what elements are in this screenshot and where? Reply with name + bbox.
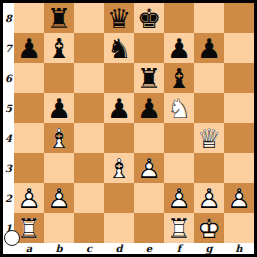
square-e6[interactable]: ♜ xyxy=(134,63,164,93)
square-g4[interactable]: ♛♕ xyxy=(194,123,224,153)
square-h3[interactable] xyxy=(224,153,254,183)
piece-white-pawn-icon: ♟♙ xyxy=(44,183,74,213)
file-label-a: a xyxy=(14,243,44,254)
square-e7[interactable] xyxy=(134,33,164,63)
rank-label-5: 5 xyxy=(3,93,14,123)
square-g8[interactable] xyxy=(194,3,224,33)
file-label-f: f xyxy=(164,243,194,254)
square-a4[interactable] xyxy=(14,123,44,153)
square-e8[interactable]: ♚ xyxy=(134,3,164,33)
piece-white-pawn-icon: ♟♙ xyxy=(134,153,164,183)
piece-black-pawn-icon: ♟ xyxy=(104,93,134,123)
square-a2[interactable]: ♟♙ xyxy=(14,183,44,213)
square-h4[interactable] xyxy=(224,123,254,153)
square-g7[interactable]: ♟ xyxy=(194,33,224,63)
square-c1[interactable] xyxy=(74,213,104,243)
square-b6[interactable] xyxy=(44,63,74,93)
file-label-g: g xyxy=(194,243,224,254)
piece-black-pawn-icon: ♟ xyxy=(44,93,74,123)
square-h2[interactable]: ♟♙ xyxy=(224,183,254,213)
square-d4[interactable] xyxy=(104,123,134,153)
square-e3[interactable]: ♟♙ xyxy=(134,153,164,183)
square-a5[interactable] xyxy=(14,93,44,123)
piece-black-pawn-icon: ♟ xyxy=(164,33,194,63)
square-c3[interactable] xyxy=(74,153,104,183)
file-label-e: e xyxy=(134,243,164,254)
file-label-d: d xyxy=(104,243,134,254)
square-g1[interactable]: ♚♔ xyxy=(194,213,224,243)
square-f3[interactable] xyxy=(164,153,194,183)
piece-black-pawn-icon: ♟ xyxy=(194,33,224,63)
square-b4[interactable]: ♝♗ xyxy=(44,123,74,153)
piece-white-bishop-icon: ♝♗ xyxy=(104,153,134,183)
square-d3[interactable]: ♝♗ xyxy=(104,153,134,183)
piece-black-rook-icon: ♜ xyxy=(44,3,74,33)
square-d7[interactable]: ♞ xyxy=(104,33,134,63)
square-f8[interactable] xyxy=(164,3,194,33)
file-label-h: h xyxy=(224,243,254,254)
square-c7[interactable] xyxy=(74,33,104,63)
square-d6[interactable] xyxy=(104,63,134,93)
piece-white-king-icon: ♚♔ xyxy=(194,213,224,243)
square-g2[interactable]: ♟♙ xyxy=(194,183,224,213)
square-f7[interactable]: ♟ xyxy=(164,33,194,63)
square-d8[interactable]: ♛ xyxy=(104,3,134,33)
square-f4[interactable] xyxy=(164,123,194,153)
square-b5[interactable]: ♟ xyxy=(44,93,74,123)
square-e2[interactable] xyxy=(134,183,164,213)
square-h6[interactable] xyxy=(224,63,254,93)
piece-white-knight-icon: ♞♘ xyxy=(164,93,194,123)
square-e1[interactable] xyxy=(134,213,164,243)
piece-black-queen-icon: ♛ xyxy=(104,3,134,33)
piece-black-pawn-icon: ♟ xyxy=(134,93,164,123)
square-a6[interactable] xyxy=(14,63,44,93)
piece-black-bishop-icon: ♝ xyxy=(44,33,74,63)
square-c4[interactable] xyxy=(74,123,104,153)
rank-label-8: 8 xyxy=(3,3,14,33)
square-a7[interactable]: ♟ xyxy=(14,33,44,63)
square-a3[interactable] xyxy=(14,153,44,183)
square-b8[interactable]: ♜ xyxy=(44,3,74,33)
rank-label-4: 4 xyxy=(3,123,14,153)
piece-white-pawn-icon: ♟♙ xyxy=(164,183,194,213)
square-c8[interactable] xyxy=(74,3,104,33)
square-b7[interactable]: ♝ xyxy=(44,33,74,63)
square-c6[interactable] xyxy=(74,63,104,93)
piece-white-pawn-icon: ♟♙ xyxy=(194,183,224,213)
chess-board-grid: 8♜♛♚7♟♝♞♟♟6♜♝5♟♟♟♞♘4♝♗♛♕3♝♗♟♙2♟♙♟♙♟♙♟♙♟♙… xyxy=(3,3,254,254)
square-g6[interactable] xyxy=(194,63,224,93)
square-e5[interactable]: ♟ xyxy=(134,93,164,123)
square-c5[interactable] xyxy=(74,93,104,123)
piece-black-pawn-icon: ♟ xyxy=(14,33,44,63)
square-f1[interactable]: ♜♖ xyxy=(164,213,194,243)
square-b2[interactable]: ♟♙ xyxy=(44,183,74,213)
square-d5[interactable]: ♟ xyxy=(104,93,134,123)
rank-label-6: 6 xyxy=(3,63,14,93)
square-f2[interactable]: ♟♙ xyxy=(164,183,194,213)
square-f6[interactable]: ♝ xyxy=(164,63,194,93)
square-f5[interactable]: ♞♘ xyxy=(164,93,194,123)
piece-white-rook-icon: ♜♖ xyxy=(164,213,194,243)
piece-black-bishop-icon: ♝ xyxy=(164,63,194,93)
piece-black-rook-icon: ♜ xyxy=(134,63,164,93)
square-g5[interactable] xyxy=(194,93,224,123)
square-g3[interactable] xyxy=(194,153,224,183)
square-e4[interactable] xyxy=(134,123,164,153)
rank-label-2: 2 xyxy=(3,183,14,213)
square-b1[interactable] xyxy=(44,213,74,243)
piece-white-bishop-icon: ♝♗ xyxy=(44,123,74,153)
square-h5[interactable] xyxy=(224,93,254,123)
piece-black-knight-icon: ♞ xyxy=(104,33,134,63)
turn-indicator-white-to-move xyxy=(4,230,20,246)
chess-diagram: 8♜♛♚7♟♝♞♟♟6♜♝5♟♟♟♞♘4♝♗♛♕3♝♗♟♙2♟♙♟♙♟♙♟♙♟♙… xyxy=(0,0,257,257)
square-d1[interactable] xyxy=(104,213,134,243)
file-label-b: b xyxy=(44,243,74,254)
square-d2[interactable] xyxy=(104,183,134,213)
square-c2[interactable] xyxy=(74,183,104,213)
square-h8[interactable] xyxy=(224,3,254,33)
square-h1[interactable] xyxy=(224,213,254,243)
square-b3[interactable] xyxy=(44,153,74,183)
piece-white-pawn-icon: ♟♙ xyxy=(224,183,254,213)
rank-label-3: 3 xyxy=(3,153,14,183)
square-h7[interactable] xyxy=(224,33,254,63)
file-label-c: c xyxy=(74,243,104,254)
piece-white-queen-icon: ♛♕ xyxy=(194,123,224,153)
piece-white-pawn-icon: ♟♙ xyxy=(14,183,44,213)
piece-black-king-icon: ♚ xyxy=(134,3,164,33)
rank-label-7: 7 xyxy=(3,33,14,63)
square-a8[interactable] xyxy=(14,3,44,33)
